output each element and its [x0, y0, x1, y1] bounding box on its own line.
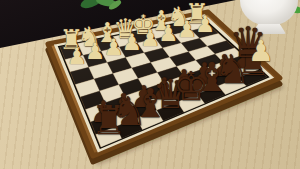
chess-product-photo: ♜♞♝♛♚♝♞♜♟♟♟♟♟♟♟♟♟♟♟♟♟♟♟♟♜♞♝♛♚♝♞♜♛♟: [0, 0, 300, 169]
chess-board: [0, 0, 300, 169]
